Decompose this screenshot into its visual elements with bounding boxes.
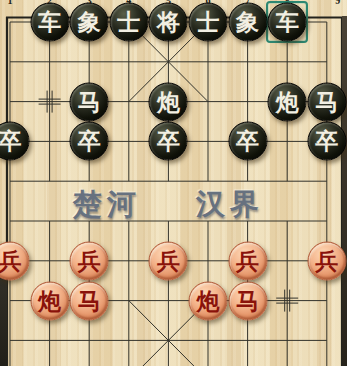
black-soldier[interactable]: 卒 [70, 122, 109, 161]
black-soldier[interactable]: 卒 [228, 122, 267, 161]
xiangqi-board: 123456789 楚河 汉界 车象士将士象车马炮炮马卒卒卒卒卒兵兵兵兵兵炮马炮… [0, 0, 347, 366]
black-chariot[interactable]: 车 [30, 3, 69, 42]
black-soldier[interactable]: 卒 [307, 122, 346, 161]
window-edge-left [0, 17, 7, 366]
file-label-1: 1 [8, 0, 13, 6]
red-cannon[interactable]: 炮 [30, 281, 69, 320]
red-soldier[interactable]: 兵 [228, 241, 267, 280]
red-horse[interactable]: 马 [70, 281, 109, 320]
black-advisor[interactable]: 士 [189, 3, 228, 42]
black-general[interactable]: 将 [149, 3, 188, 42]
black-cannon[interactable]: 炮 [149, 82, 188, 121]
red-horse[interactable]: 马 [228, 281, 267, 320]
red-soldier[interactable]: 兵 [149, 241, 188, 280]
red-soldier[interactable]: 兵 [70, 241, 109, 280]
black-soldier[interactable]: 卒 [149, 122, 188, 161]
black-chariot[interactable]: 车 [268, 3, 307, 42]
red-cannon[interactable]: 炮 [189, 281, 228, 320]
black-elephant[interactable]: 象 [228, 3, 267, 42]
black-horse[interactable]: 马 [70, 82, 109, 121]
file-label-9: 9 [335, 0, 340, 6]
river-label-chu-he: 楚河 [73, 185, 141, 225]
black-horse[interactable]: 马 [307, 82, 346, 121]
river-label-han-jie: 汉界 [196, 185, 264, 225]
black-advisor[interactable]: 士 [109, 3, 148, 42]
red-soldier[interactable]: 兵 [307, 241, 346, 280]
black-elephant[interactable]: 象 [70, 3, 109, 42]
window-edge-right [342, 16, 347, 366]
black-cannon[interactable]: 炮 [268, 82, 307, 121]
